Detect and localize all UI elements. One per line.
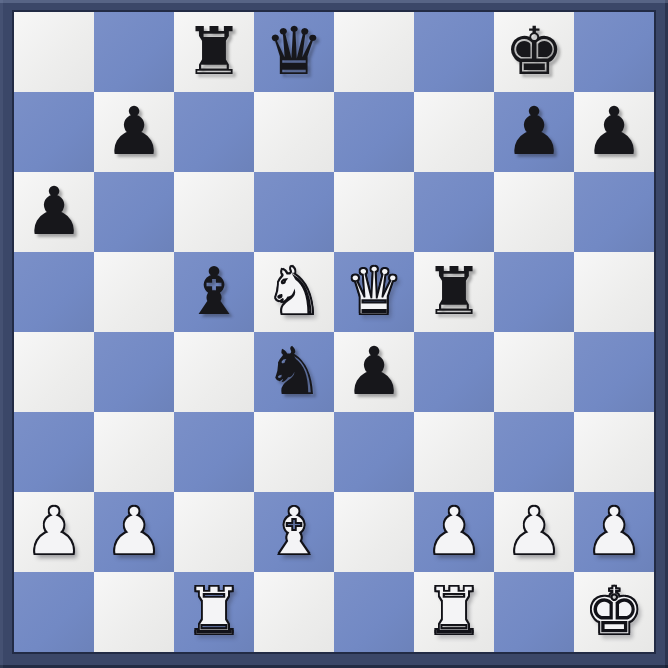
square-f4[interactable] [414,332,494,412]
square-e8[interactable] [334,12,414,92]
white-king: ♚ [584,572,643,652]
square-g5[interactable] [494,252,574,332]
square-f6[interactable] [414,172,494,252]
square-d8[interactable]: ♛ [254,12,334,92]
square-h5[interactable] [574,252,654,332]
square-a3[interactable] [14,412,94,492]
square-c3[interactable] [174,412,254,492]
white-knight: ♞ [264,252,323,332]
white-bishop: ♝ [264,492,323,572]
square-c6[interactable] [174,172,254,252]
black-pawn: ♟ [104,92,163,172]
square-b8[interactable] [94,12,174,92]
square-c7[interactable] [174,92,254,172]
square-d4[interactable]: ♞ [254,332,334,412]
square-e2[interactable] [334,492,414,572]
black-pawn: ♟ [24,172,83,252]
square-h7[interactable]: ♟ [574,92,654,172]
square-h1[interactable]: ♚ [574,572,654,652]
square-g8[interactable]: ♚ [494,12,574,92]
square-f5[interactable]: ♜ [414,252,494,332]
square-c4[interactable] [174,332,254,412]
black-pawn: ♟ [584,92,643,172]
square-b6[interactable] [94,172,174,252]
square-f8[interactable] [414,12,494,92]
square-a6[interactable]: ♟ [14,172,94,252]
black-rook: ♜ [424,252,483,332]
square-d5[interactable]: ♞ [254,252,334,332]
black-rook: ♜ [184,12,243,92]
square-d7[interactable] [254,92,334,172]
square-b7[interactable]: ♟ [94,92,174,172]
square-c2[interactable] [174,492,254,572]
square-h2[interactable]: ♟ [574,492,654,572]
white-pawn: ♟ [104,492,163,572]
square-c8[interactable]: ♜ [174,12,254,92]
white-pawn: ♟ [584,492,643,572]
square-a1[interactable] [14,572,94,652]
square-c1[interactable]: ♜ [174,572,254,652]
square-a7[interactable] [14,92,94,172]
square-f3[interactable] [414,412,494,492]
square-b4[interactable] [94,332,174,412]
square-a4[interactable] [14,332,94,412]
square-a5[interactable] [14,252,94,332]
square-f7[interactable] [414,92,494,172]
square-g4[interactable] [494,332,574,412]
square-g1[interactable] [494,572,574,652]
square-f2[interactable]: ♟ [414,492,494,572]
white-rook: ♜ [424,572,483,652]
square-b1[interactable] [94,572,174,652]
square-f1[interactable]: ♜ [414,572,494,652]
square-e7[interactable] [334,92,414,172]
square-b5[interactable] [94,252,174,332]
black-queen: ♛ [264,12,323,92]
square-e1[interactable] [334,572,414,652]
square-h8[interactable] [574,12,654,92]
black-king: ♚ [504,12,563,92]
chess-board-frame: ♜♛♚♟♟♟♟♝♞♛♜♞♟♟♟♝♟♟♟♜♜♚ [0,0,668,668]
square-b3[interactable] [94,412,174,492]
square-b2[interactable]: ♟ [94,492,174,572]
white-pawn: ♟ [424,492,483,572]
square-h6[interactable] [574,172,654,252]
square-a8[interactable] [14,12,94,92]
chess-board: ♜♛♚♟♟♟♟♝♞♛♜♞♟♟♟♝♟♟♟♜♜♚ [12,10,656,654]
square-d3[interactable] [254,412,334,492]
white-pawn: ♟ [24,492,83,572]
square-d2[interactable]: ♝ [254,492,334,572]
square-h4[interactable] [574,332,654,412]
square-a2[interactable]: ♟ [14,492,94,572]
square-e3[interactable] [334,412,414,492]
square-e6[interactable] [334,172,414,252]
black-bishop: ♝ [184,252,243,332]
square-g3[interactable] [494,412,574,492]
square-g2[interactable]: ♟ [494,492,574,572]
square-c5[interactable]: ♝ [174,252,254,332]
square-e5[interactable]: ♛ [334,252,414,332]
black-pawn: ♟ [344,332,403,412]
square-d1[interactable] [254,572,334,652]
square-e4[interactable]: ♟ [334,332,414,412]
square-g7[interactable]: ♟ [494,92,574,172]
square-g6[interactable] [494,172,574,252]
square-d6[interactable] [254,172,334,252]
black-pawn: ♟ [504,92,563,172]
white-rook: ♜ [184,572,243,652]
white-queen: ♛ [344,252,403,332]
black-knight: ♞ [264,332,323,412]
white-pawn: ♟ [504,492,563,572]
square-h3[interactable] [574,412,654,492]
